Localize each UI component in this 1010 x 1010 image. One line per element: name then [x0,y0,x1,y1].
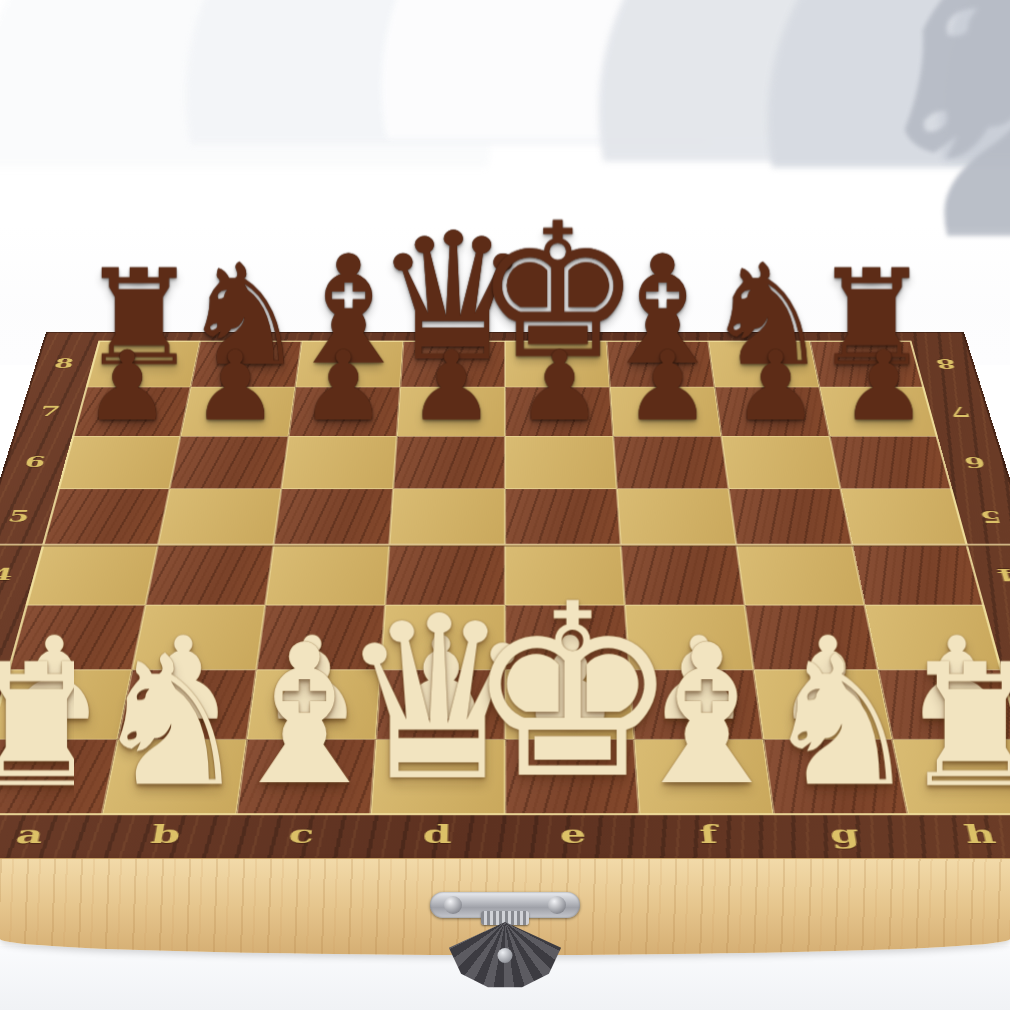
square-d7[interactable]: ♟ [397,387,505,436]
square-e6[interactable] [505,436,617,489]
piece-white-rook[interactable]: ♜ [898,642,1010,812]
square-h7[interactable]: ♟ [819,387,937,436]
chess-board: 8♜♞♝♛♚♝♞♜87♟♟♟♟♟♟♟♟7665544332♟♟♟♟♟♟♟♟21♜… [0,332,1010,864]
square-g4[interactable] [736,545,864,605]
chess-set-product-photo: ♟ ♟ ♟ ♟ ♟ ♟ ♞ 8♜♞♝♛♚♝♞♜87♟♟♟♟♟♟♟♟7665544… [0,0,1010,1010]
square-b5[interactable] [158,489,281,545]
piece-black-pawn[interactable]: ♟ [84,338,170,434]
piece-black-pawn[interactable]: ♟ [840,338,926,434]
square-f7[interactable]: ♟ [610,387,722,436]
screw-icon [444,896,462,914]
square-d6[interactable] [393,436,505,489]
file-label-h: h [908,815,1010,864]
square-a6[interactable] [58,436,181,489]
square-e5[interactable] [505,489,621,545]
piece-black-pawn[interactable]: ♟ [192,338,278,434]
square-a7[interactable]: ♟ [72,387,190,436]
file-label-g: g [774,815,919,864]
square-a5[interactable] [42,489,169,545]
square-c7[interactable]: ♟ [289,387,401,436]
square-h4[interactable] [852,545,984,605]
square-a4[interactable] [26,545,158,605]
square-h1[interactable]: ♜ [892,739,1010,814]
letters-separator-line [0,814,1010,816]
square-g7[interactable]: ♟ [715,387,830,436]
piece-black-pawn[interactable]: ♟ [516,338,602,434]
square-b6[interactable] [170,436,289,489]
square-g5[interactable] [729,489,852,545]
square-h5[interactable] [840,489,967,545]
square-f5[interactable] [617,489,737,545]
fold-seam [0,544,1010,547]
square-b4[interactable] [145,545,273,605]
square-g6[interactable] [721,436,840,489]
square-f1[interactable]: ♝ [634,739,774,814]
square-c5[interactable] [274,489,394,545]
square-d5[interactable] [389,489,505,545]
file-label-c: c [230,815,371,864]
piece-black-pawn[interactable]: ♟ [624,338,710,434]
metal-clasp [420,884,590,1000]
file-label-f: f [639,815,780,864]
file-label-e: e [505,815,643,864]
square-b7[interactable]: ♟ [180,387,295,436]
screw-icon [548,896,566,914]
square-e7[interactable]: ♟ [505,387,613,436]
clasp-rivet-icon [498,948,513,963]
file-label-d: d [367,815,505,864]
file-label-b: b [92,815,237,864]
piece-black-pawn[interactable]: ♟ [300,338,386,434]
piece-white-knight[interactable]: ♞ [760,632,921,811]
square-h6[interactable] [830,436,953,489]
piece-black-pawn[interactable]: ♟ [732,338,818,434]
square-c6[interactable] [281,436,396,489]
piece-black-pawn[interactable]: ♟ [408,338,494,434]
square-g1[interactable]: ♞ [763,739,908,814]
square-f6[interactable] [613,436,728,489]
square-e1[interactable]: ♚ [505,739,639,814]
file-label-a: a [0,815,102,864]
